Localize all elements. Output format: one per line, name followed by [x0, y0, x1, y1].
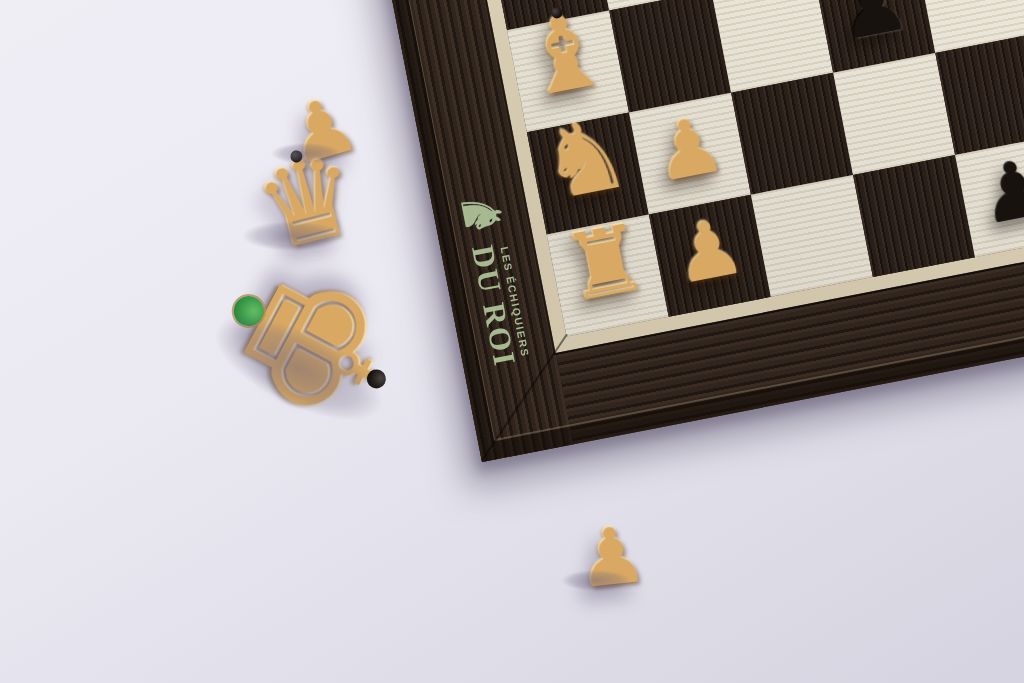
white-king[interactable]: ♚ — [203, 239, 425, 453]
white-pawn[interactable]: ♟ — [573, 515, 651, 600]
black-pawn-f4[interactable]: ♟ — [832, 0, 916, 52]
white-rook-glyph: ♜ — [556, 211, 655, 317]
white-pawn-h2[interactable]: ♟ — [667, 206, 751, 296]
white-pawn-glyph: ♟ — [647, 104, 731, 194]
scene: ♞ LES ÉCHIQUIERS DU ROI ♝♞♜♟♟♟♟ ♟♛♚♟ — [0, 0, 1024, 683]
white-knight-glyph: ♞ — [533, 102, 638, 215]
white-rook-h1[interactable]: ♜ — [556, 211, 655, 317]
white-knight-g1[interactable]: ♞ — [533, 102, 638, 215]
white-king-glyph: ♚ — [203, 239, 425, 453]
black-pawn-h5[interactable]: ♟ — [973, 146, 1024, 236]
white-pawn-glyph: ♟ — [573, 515, 651, 600]
brand-wordmark: LES ÉCHIQUIERS DU ROI — [466, 240, 533, 369]
black-pawn-glyph: ♟ — [832, 0, 916, 52]
black-pawn-glyph: ♟ — [973, 146, 1024, 236]
knight-horse-logo-icon: ♞ — [452, 186, 512, 242]
white-pawn-glyph: ♟ — [667, 206, 751, 296]
white-pawn-g2[interactable]: ♟ — [647, 104, 731, 194]
